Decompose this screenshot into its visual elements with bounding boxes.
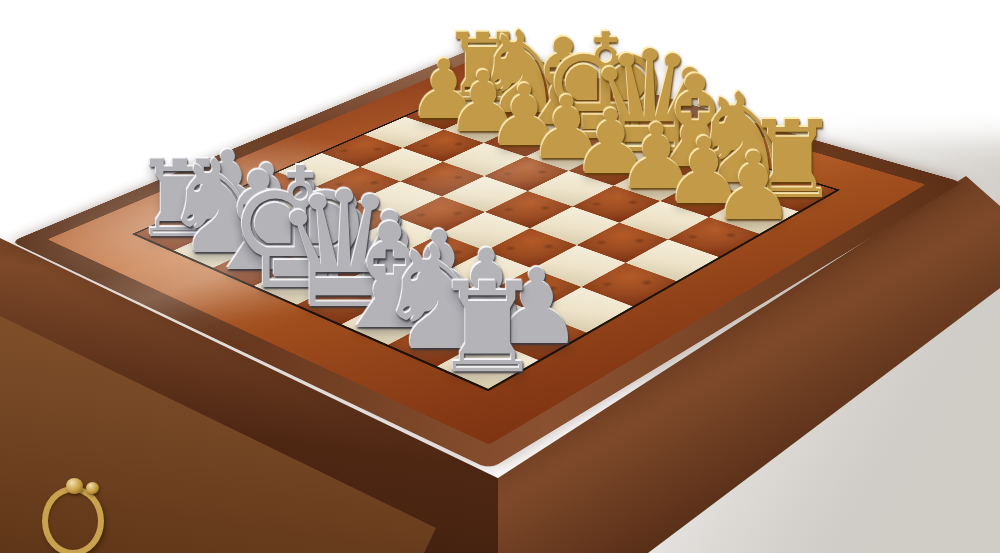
- black-rook-a8[interactable]: ♜: [432, 266, 543, 390]
- white-pawn-a2[interactable]: ♟: [711, 140, 795, 234]
